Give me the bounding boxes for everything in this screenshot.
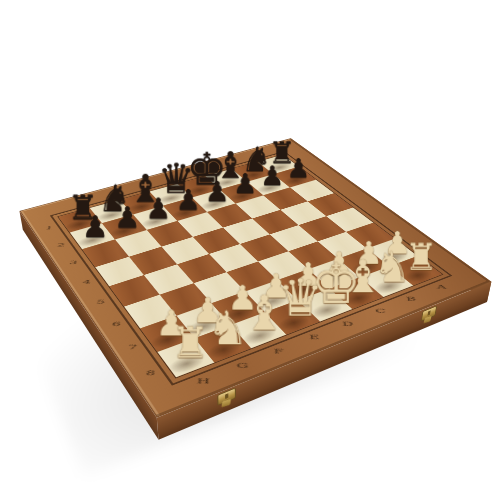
rank-label-2: 2: [49, 240, 73, 251]
black-pawn: ♟: [257, 164, 288, 188]
black-pawn: ♟: [172, 187, 205, 212]
black-pawn: ♟: [229, 171, 261, 196]
chess-board: ♜♞♝♛♚♝♞♜♟♟♟♟♟♟♟♟♟♟♟♟♟♟♟♟♜♞♝♛♚♝♞♜ HGFEDCB…: [19, 138, 491, 417]
playing-field: ♜♞♝♛♚♝♞♜♟♟♟♟♟♟♟♟♟♟♟♟♟♟♟♟♜♞♝♛♚♝♞♜: [57, 154, 443, 378]
white-rook: ♜: [169, 325, 212, 363]
white-knight: ♞: [207, 307, 249, 349]
black-pawn: ♟: [142, 195, 176, 221]
scene: ♜♞♝♛♚♝♞♜♟♟♟♟♟♟♟♟♟♟♟♟♟♟♟♟♜♞♝♛♚♝♞♜ HGFEDCB…: [0, 0, 500, 500]
black-pawn: ♟: [78, 213, 113, 240]
rank-label-1: 1: [37, 223, 60, 233]
white-bishop: ♝: [243, 292, 284, 335]
black-pawn: ♟: [110, 204, 144, 230]
black-pawn: ♟: [201, 179, 233, 204]
board-frame: ♜♞♝♛♚♝♞♜♟♟♟♟♟♟♟♟♟♟♟♟♟♟♟♟♜♞♝♛♚♝♞♜ HGFEDCB…: [19, 138, 491, 417]
photo-stage: ♜♞♝♛♚♝♞♜♟♟♟♟♟♟♟♟♟♟♟♟♟♟♟♟♜♞♝♛♚♝♞♜ HGFEDCB…: [0, 0, 500, 500]
